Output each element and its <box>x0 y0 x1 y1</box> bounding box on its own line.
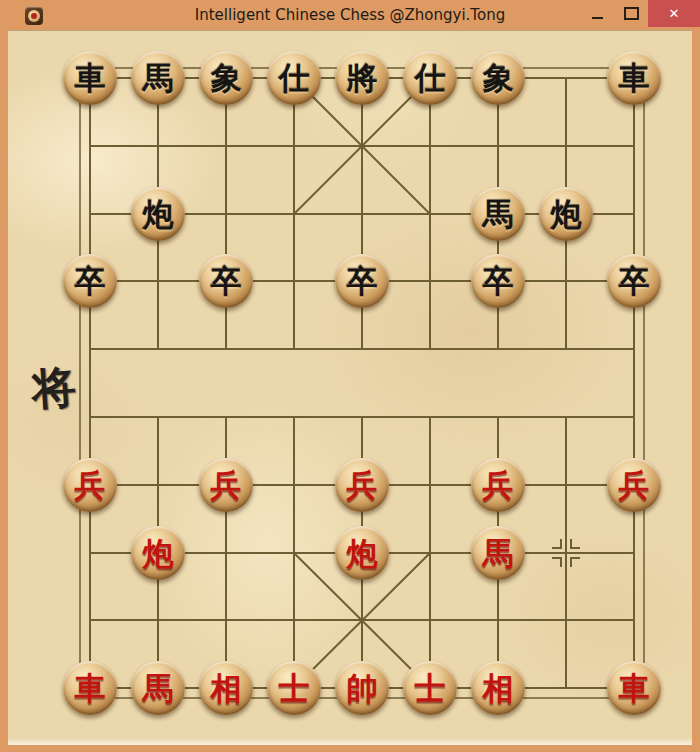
piece-black-elephant[interactable]: 象 <box>199 51 253 105</box>
piece-red-soldier[interactable]: 兵 <box>471 458 525 512</box>
piece-character: 卒 <box>483 266 514 297</box>
board-area: 将 車馬象仕將仕象車炮馬炮卒卒卒卒卒兵兵兵兵兵炮炮馬車馬相士帥士相車 <box>8 30 692 745</box>
piece-character: 相 <box>211 673 242 704</box>
piece-character: 象 <box>211 63 242 94</box>
piece-character: 卒 <box>211 266 242 297</box>
piece-red-horse[interactable]: 馬 <box>131 661 185 715</box>
piece-character: 象 <box>483 63 514 94</box>
piece-black-general[interactable]: 將 <box>335 51 389 105</box>
piece-black-elephant[interactable]: 象 <box>471 51 525 105</box>
piece-character: 兵 <box>75 470 106 501</box>
piece-character: 將 <box>347 63 378 94</box>
piece-red-general[interactable]: 帥 <box>335 661 389 715</box>
piece-character: 車 <box>75 63 106 94</box>
piece-character: 仕 <box>415 63 446 94</box>
piece-red-soldier[interactable]: 兵 <box>199 458 253 512</box>
piece-character: 馬 <box>483 199 514 230</box>
close-icon: ✕ <box>669 6 680 21</box>
piece-character: 兵 <box>211 470 242 501</box>
piece-character: 馬 <box>143 63 174 94</box>
piece-red-soldier[interactable]: 兵 <box>335 458 389 512</box>
piece-black-chariot[interactable]: 車 <box>63 51 117 105</box>
piece-black-chariot[interactable]: 車 <box>607 51 661 105</box>
minimize-icon <box>592 17 603 19</box>
piece-character: 炮 <box>143 538 174 569</box>
piece-black-advisor[interactable]: 仕 <box>267 51 321 105</box>
piece-red-advisor[interactable]: 士 <box>267 661 321 715</box>
piece-character: 兵 <box>483 470 514 501</box>
piece-black-horse[interactable]: 馬 <box>131 51 185 105</box>
piece-character: 車 <box>619 673 650 704</box>
window-titlebar: Intelligent Chinese Chess @Zhongyi.Tong … <box>0 0 700 30</box>
minimize-button[interactable] <box>580 0 614 27</box>
piece-black-cannon[interactable]: 炮 <box>539 187 593 241</box>
piece-red-elephant[interactable]: 相 <box>471 661 525 715</box>
window-controls: ✕ <box>580 0 700 27</box>
piece-black-advisor[interactable]: 仕 <box>403 51 457 105</box>
piece-red-chariot[interactable]: 車 <box>607 661 661 715</box>
piece-character: 卒 <box>347 266 378 297</box>
piece-character: 卒 <box>619 266 650 297</box>
piece-character: 炮 <box>143 199 174 230</box>
piece-red-cannon[interactable]: 炮 <box>335 526 389 580</box>
piece-black-soldier[interactable]: 卒 <box>63 254 117 308</box>
piece-black-cannon[interactable]: 炮 <box>131 187 185 241</box>
piece-red-soldier[interactable]: 兵 <box>63 458 117 512</box>
piece-black-soldier[interactable]: 卒 <box>607 254 661 308</box>
piece-character: 車 <box>619 63 650 94</box>
piece-character: 兵 <box>619 470 650 501</box>
piece-black-soldier[interactable]: 卒 <box>335 254 389 308</box>
piece-black-soldier[interactable]: 卒 <box>471 254 525 308</box>
turn-indicator: 将 <box>20 357 88 420</box>
piece-red-cannon[interactable]: 炮 <box>131 526 185 580</box>
piece-character: 車 <box>75 673 106 704</box>
piece-character: 兵 <box>347 470 378 501</box>
maximize-icon <box>624 7 639 20</box>
piece-character: 士 <box>415 673 446 704</box>
piece-character: 卒 <box>75 266 106 297</box>
piece-red-advisor[interactable]: 士 <box>403 661 457 715</box>
xiangqi-board-grid <box>8 31 692 745</box>
piece-red-elephant[interactable]: 相 <box>199 661 253 715</box>
piece-character: 炮 <box>347 538 378 569</box>
piece-character: 炮 <box>551 199 582 230</box>
piece-character: 相 <box>483 673 514 704</box>
piece-character: 帥 <box>347 673 378 704</box>
piece-red-soldier[interactable]: 兵 <box>607 458 661 512</box>
piece-black-soldier[interactable]: 卒 <box>199 254 253 308</box>
piece-character: 仕 <box>279 63 310 94</box>
piece-red-horse[interactable]: 馬 <box>471 526 525 580</box>
piece-character: 馬 <box>143 673 174 704</box>
close-button[interactable]: ✕ <box>648 0 700 27</box>
piece-black-horse[interactable]: 馬 <box>471 187 525 241</box>
board-edge-highlight <box>8 738 692 745</box>
piece-character: 士 <box>279 673 310 704</box>
maximize-button[interactable] <box>614 0 648 27</box>
piece-red-chariot[interactable]: 車 <box>63 661 117 715</box>
piece-character: 馬 <box>483 538 514 569</box>
